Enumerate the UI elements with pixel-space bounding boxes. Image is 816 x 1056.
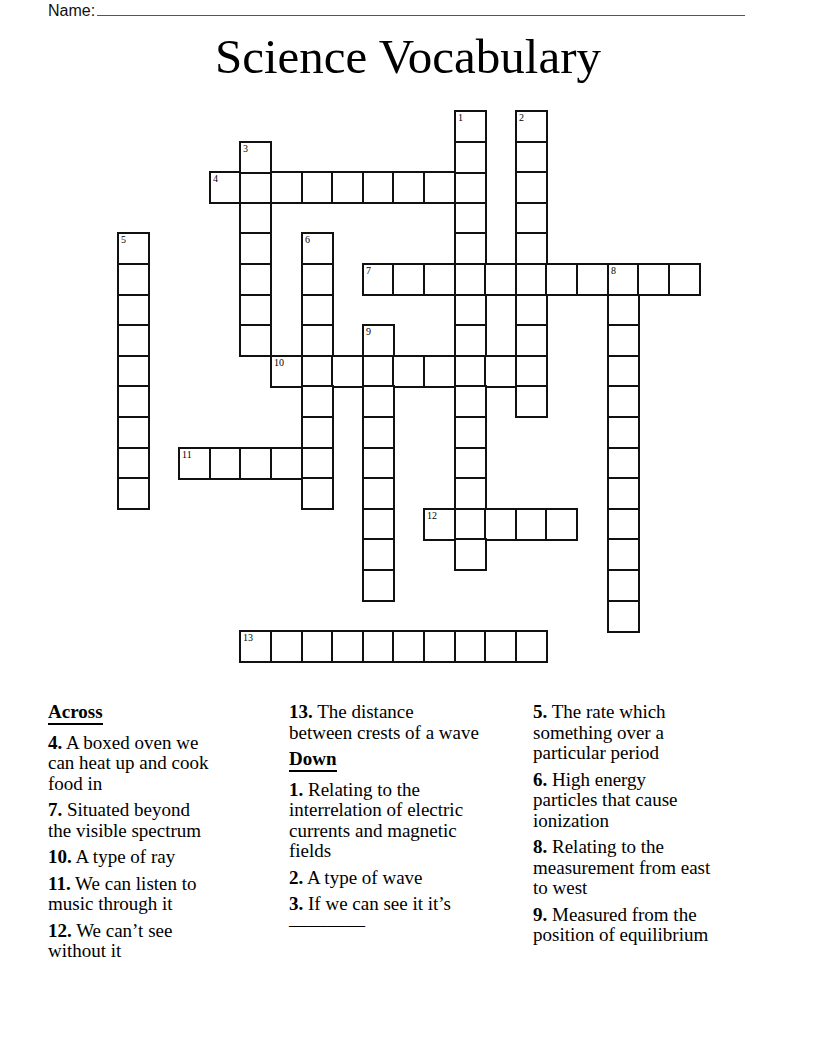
grid-cell-r1c4[interactable]: 3 [239,141,272,174]
grid-cell-r8c5[interactable]: 10 [270,355,303,388]
grid-cell-r6c13[interactable] [515,294,548,327]
grid-cell-r2c13[interactable] [515,171,548,204]
grid-cell-r16c16[interactable] [607,600,640,633]
grid-cell-r9c6[interactable] [301,385,334,418]
clue-3: 3. If we can see it it’s ———— [289,894,525,935]
grid-cell-r15c16[interactable] [607,569,640,602]
grid-cell-r13c13[interactable] [515,508,548,541]
clue-12: 12. We can’t see without it [48,921,260,962]
grid-cell-r12c8[interactable] [362,477,395,510]
grid-cell-r4c0[interactable]: 5 [117,232,150,265]
grid-cell-r10c11[interactable] [454,416,487,449]
grid-cell-r2c5[interactable] [270,171,303,204]
name-blank-line[interactable] [97,0,745,16]
cell-number: 7 [366,265,371,276]
grid-cell-r5c18[interactable] [668,263,701,296]
grid-cell-r5c6[interactable] [301,263,334,296]
clue-8: 8. Relating to the measurement from east… [533,837,775,899]
grid-cell-r7c0[interactable] [117,324,150,357]
clue-2: 2. A type of wave [289,868,525,889]
cell-number: 11 [182,449,192,460]
grid-cell-r10c0[interactable] [117,416,150,449]
grid-cell-r11c2[interactable]: 11 [178,447,211,480]
grid-cell-r11c0[interactable] [117,447,150,480]
grid-cell-r11c3[interactable] [209,447,242,480]
grid-cell-r8c10[interactable] [423,355,456,388]
grid-cell-r2c8[interactable] [362,171,395,204]
grid-cell-r2c11[interactable] [454,171,487,204]
grid-cell-r7c8[interactable]: 9 [362,324,395,357]
grid-cell-r7c13[interactable] [515,324,548,357]
grid-cell-r3c4[interactable] [239,202,272,235]
grid-cell-r11c5[interactable] [270,447,303,480]
grid-cell-r8c9[interactable] [392,355,425,388]
grid-cell-r17c11[interactable] [454,630,487,663]
grid-cell-r14c8[interactable] [362,538,395,571]
grid-cell-r0c11[interactable]: 1 [454,110,487,143]
clue-7: 7. Situated beyond the visible spectrum [48,800,260,841]
clue-text: If we can see it it’s ———— [289,893,451,935]
clue-11: 11. We can listen to music through it [48,874,260,915]
clue-number: 10. [48,846,72,867]
clue-number: 1. [289,779,303,800]
grid-cell-r8c6[interactable] [301,355,334,388]
grid-cell-r5c15[interactable] [576,263,609,296]
grid-cell-r10c6[interactable] [301,416,334,449]
grid-cell-r4c13[interactable] [515,232,548,265]
grid-cell-r8c11[interactable] [454,355,487,388]
clues-column-3: 5. The rate which something over a parti… [533,702,775,952]
clue-5: 5. The rate which something over a parti… [533,702,775,764]
cell-number: 13 [243,632,253,643]
grid-cell-r2c9[interactable] [392,171,425,204]
grid-cell-r9c8[interactable] [362,385,395,418]
grid-cell-r6c0[interactable] [117,294,150,327]
grid-cell-r2c4[interactable] [239,171,272,204]
grid-cell-r7c4[interactable] [239,324,272,357]
clue-text: Relating to the interrelation of electri… [289,779,463,862]
grid-cell-r2c6[interactable] [301,171,334,204]
clue-number: 5. [533,701,547,722]
clue-9: 9. Measured from the position of equilib… [533,905,775,946]
clues-column-2: 13. The distance between crests of a wav… [289,702,525,941]
cell-number: 8 [611,265,616,276]
grid-cell-r5c8[interactable]: 7 [362,263,395,296]
grid-cell-r13c8[interactable] [362,508,395,541]
grid-cell-r6c6[interactable] [301,294,334,327]
grid-cell-r5c4[interactable] [239,263,272,296]
grid-cell-r2c7[interactable] [331,171,364,204]
clue-text: The rate which something over a particul… [533,701,666,763]
grid-cell-r14c16[interactable] [607,538,640,571]
grid-cell-r17c12[interactable] [484,630,517,663]
grid-cell-r13c16[interactable] [607,508,640,541]
clue-1: 1. Relating to the interrelation of elec… [289,780,525,862]
grid-cell-r1c11[interactable] [454,141,487,174]
grid-cell-r3c11[interactable] [454,202,487,235]
grid-cell-r8c0[interactable] [117,355,150,388]
grid-cell-r2c10[interactable] [423,171,456,204]
grid-cell-r17c13[interactable] [515,630,548,663]
grid-cell-r3c13[interactable] [515,202,548,235]
cell-number: 1 [458,112,463,123]
grid-cell-r1c13[interactable] [515,141,548,174]
clue-text: The distance between crests of a wave [289,701,479,743]
grid-cell-r15c8[interactable] [362,569,395,602]
grid-cell-r10c16[interactable] [607,416,640,449]
grid-cell-r9c11[interactable] [454,385,487,418]
name-row: Name: [0,0,816,22]
grid-cell-r5c0[interactable] [117,263,150,296]
cell-number: 6 [305,234,310,245]
grid-cell-r11c16[interactable] [607,447,640,480]
clue-number: 3. [289,893,303,914]
grid-cell-r5c13[interactable] [515,263,548,296]
grid-cell-r7c11[interactable] [454,324,487,357]
clues-heading-down: Down [289,749,337,772]
clue-number: 11. [48,873,71,894]
grid-cell-r9c0[interactable] [117,385,150,418]
grid-cell-r6c16[interactable] [607,294,640,327]
grid-cell-r14c11[interactable] [454,538,487,571]
cell-number: 3 [243,143,248,154]
grid-cell-r5c14[interactable] [545,263,578,296]
clue-text: We can listen to music through it [48,873,197,915]
clues-heading-across: Across [48,702,103,725]
cell-number: 12 [427,510,437,521]
clue-text: A boxed oven we can heat up and cook foo… [48,732,208,794]
crossword-grid: 47810111213123569 [117,110,701,664]
grid-cell-r12c6[interactable] [301,477,334,510]
clue-number: 9. [533,904,547,925]
grid-cell-r2c3[interactable]: 4 [209,171,242,204]
grid-cell-r17c8[interactable] [362,630,395,663]
clue-number: 13. [289,701,313,722]
cell-number: 10 [274,357,284,368]
grid-cell-r5c16[interactable]: 8 [607,263,640,296]
grid-cell-r0c13[interactable]: 2 [515,110,548,143]
clue-number: 7. [48,799,62,820]
page-title: Science Vocabulary [0,28,816,85]
grid-cell-r9c13[interactable] [515,385,548,418]
clue-text: High energy particles that cause ionizat… [533,769,678,831]
clue-text: Measured from the position of equilibriu… [533,904,708,946]
grid-cell-r8c12[interactable] [484,355,517,388]
grid-cell-r12c0[interactable] [117,477,150,510]
grid-cell-r10c8[interactable] [362,416,395,449]
grid-cell-r17c9[interactable] [392,630,425,663]
grid-cell-r5c11[interactable] [454,263,487,296]
grid-cell-r11c6[interactable] [301,447,334,480]
grid-cell-r5c9[interactable] [392,263,425,296]
clue-text: Situated beyond the visible spectrum [48,799,201,841]
grid-cell-r7c16[interactable] [607,324,640,357]
cell-number: 9 [366,326,371,337]
clues-column-1: Across4. A boxed oven we can heat up and… [48,702,260,968]
cell-number: 2 [519,112,524,123]
grid-cell-r17c6[interactable] [301,630,334,663]
grid-cell-r7c6[interactable] [301,324,334,357]
clue-number: 12. [48,920,72,941]
grid-cell-r11c11[interactable] [454,447,487,480]
grid-cell-r13c14[interactable] [545,508,578,541]
grid-cell-r6c4[interactable] [239,294,272,327]
clue-10: 10. A type of ray [48,847,260,868]
grid-cell-r6c11[interactable] [454,294,487,327]
clue-number: 8. [533,836,547,857]
grid-cell-r4c11[interactable] [454,232,487,265]
grid-cell-r5c12[interactable] [484,263,517,296]
clue-text: A type of wave [303,867,422,888]
grid-cell-r13c11[interactable] [454,508,487,541]
grid-cell-r17c10[interactable] [423,630,456,663]
cell-number: 4 [213,173,218,184]
clue-text: Relating to the measurement from east to… [533,836,710,898]
clue-text: A type of ray [72,846,175,867]
name-label: Name: [48,2,95,20]
clue-number: 4. [48,732,62,753]
clue-number: 2. [289,867,303,888]
grid-cell-r13c10[interactable]: 12 [423,508,456,541]
grid-cell-r5c17[interactable] [637,263,670,296]
grid-cell-r17c7[interactable] [331,630,364,663]
grid-cell-r11c4[interactable] [239,447,272,480]
grid-cell-r17c4[interactable]: 13 [239,630,272,663]
clue-6: 6. High energy particles that cause ioni… [533,770,775,832]
grid-cell-r4c4[interactable] [239,232,272,265]
grid-cell-r8c16[interactable] [607,355,640,388]
grid-cell-r8c7[interactable] [331,355,364,388]
grid-cell-r12c11[interactable] [454,477,487,510]
clue-number: 6. [533,769,547,790]
grid-cell-r13c12[interactable] [484,508,517,541]
clue-13: 13. The distance between crests of a wav… [289,702,525,743]
cell-number: 5 [121,234,126,245]
grid-cell-r8c13[interactable] [515,355,548,388]
clue-4: 4. A boxed oven we can heat up and cook … [48,733,260,795]
grid-cell-r5c10[interactable] [423,263,456,296]
grid-cell-r8c8[interactable] [362,355,395,388]
grid-cell-r11c8[interactable] [362,447,395,480]
grid-cell-r17c5[interactable] [270,630,303,663]
grid-cell-r9c16[interactable] [607,385,640,418]
grid-cell-r12c16[interactable] [607,477,640,510]
grid-cell-r4c6[interactable]: 6 [301,232,334,265]
